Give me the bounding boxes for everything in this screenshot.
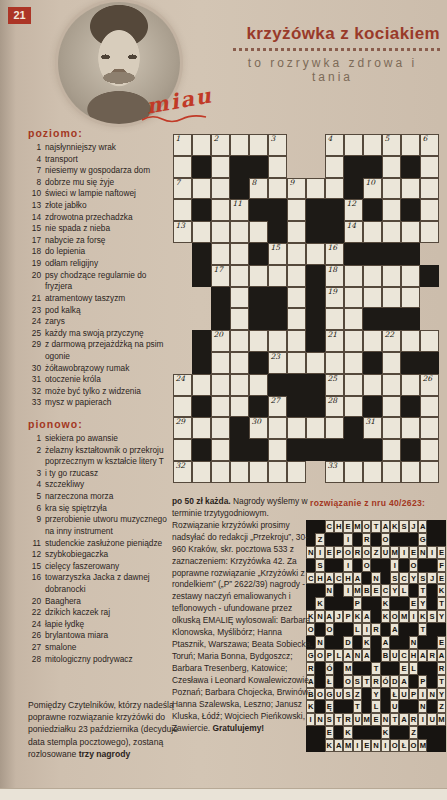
solution-letter-cell: A xyxy=(353,572,362,585)
solution-letter-cell: N xyxy=(427,688,436,701)
puzzle-cell[interactable] xyxy=(211,461,230,483)
solution-letter-cell: I xyxy=(343,533,352,546)
puzzle-cell[interactable] xyxy=(344,374,363,396)
clue-number: 19 xyxy=(328,287,338,296)
solution-letter-cell: A xyxy=(334,739,343,752)
puzzle-cell[interactable] xyxy=(173,199,192,221)
solution-letter-cell: N xyxy=(353,649,362,662)
puzzle-cell[interactable]: 30 xyxy=(249,417,268,439)
puzzle-cell[interactable] xyxy=(249,221,268,243)
puzzle-cell[interactable] xyxy=(382,461,401,483)
puzzle-cell[interactable] xyxy=(306,178,325,200)
puzzle-cell[interactable]: 31 xyxy=(363,417,382,439)
puzzle-cell[interactable] xyxy=(211,352,230,374)
solution-black-cell xyxy=(334,559,343,572)
puzzle-cell[interactable] xyxy=(287,199,306,221)
puzzle-cell[interactable] xyxy=(420,330,439,352)
solution-letter-cell: C xyxy=(399,572,408,585)
puzzle-cell[interactable]: 11 xyxy=(230,199,249,221)
puzzle-cell[interactable] xyxy=(344,308,363,330)
solution-letter-cell: M xyxy=(343,739,352,752)
puzzle-cell[interactable]: 7 xyxy=(173,178,192,200)
puzzle-cell[interactable] xyxy=(382,178,401,200)
solution-letter-cell: U xyxy=(381,546,390,559)
black-cell xyxy=(287,439,306,461)
clue-number: 10 xyxy=(366,178,376,187)
solution-letter-cell: Z xyxy=(437,700,446,713)
solution-letter-cell: A xyxy=(418,520,427,533)
black-cell xyxy=(192,243,211,265)
no-cell xyxy=(173,287,192,309)
puzzle-cell[interactable]: 25 xyxy=(325,374,344,396)
puzzle-cell[interactable] xyxy=(173,156,192,178)
clue-item: 32może być tylko z widzenia xyxy=(28,386,174,398)
puzzle-cell[interactable] xyxy=(382,352,401,374)
solution-letter-cell: R xyxy=(371,675,380,688)
solution-letter-cell: N xyxy=(371,739,380,752)
puzzle-cell[interactable] xyxy=(230,221,249,243)
puzzle-cell[interactable]: 22 xyxy=(382,330,401,352)
puzzle-cell[interactable] xyxy=(382,439,401,461)
puzzle-cell[interactable] xyxy=(401,374,420,396)
puzzle-cell[interactable] xyxy=(420,439,439,461)
solution-letter-cell: Ł xyxy=(390,688,399,701)
puzzle-cell[interactable] xyxy=(420,417,439,439)
solution-black-cell xyxy=(371,649,380,662)
solution-letter-cell: P xyxy=(325,649,334,662)
solution-letter-cell: S xyxy=(399,520,408,533)
puzzle-cell[interactable] xyxy=(401,221,420,243)
no-cell xyxy=(173,352,192,374)
black-cell xyxy=(306,221,325,243)
solution-letter-cell: E xyxy=(437,546,446,559)
bold-text-segment: po 50 zł każda. xyxy=(172,496,231,506)
black-cell xyxy=(230,417,249,439)
solution-letter-cell: R xyxy=(437,662,446,675)
puzzle-cell[interactable] xyxy=(211,439,230,461)
black-cell xyxy=(268,199,287,221)
clue-item: 7niesiemy w gospodarza dom xyxy=(28,165,174,177)
solution-black-cell xyxy=(343,700,352,713)
clue-number: 27 xyxy=(271,396,281,405)
solution-letter-cell: I xyxy=(381,739,390,752)
solution-letter-cell: C xyxy=(325,520,334,533)
solution-black-cell xyxy=(390,533,399,546)
puzzle-cell[interactable] xyxy=(268,330,287,352)
puzzle-cell[interactable]: 26 xyxy=(420,374,439,396)
solution-black-cell xyxy=(353,533,362,546)
black-cell xyxy=(249,199,268,221)
clue-item: 23pod kalką xyxy=(28,305,174,317)
solution-black-cell xyxy=(343,597,352,610)
black-cell xyxy=(249,439,268,461)
puzzle-cell[interactable] xyxy=(363,265,382,287)
puzzle-cell[interactable] xyxy=(306,417,325,439)
puzzle-cell[interactable] xyxy=(249,461,268,483)
puzzle-cell[interactable] xyxy=(382,199,401,221)
solution-letter-cell: E xyxy=(399,662,408,675)
clue-item: 12szybkobiegaczka xyxy=(28,549,174,561)
puzzle-cell[interactable] xyxy=(325,178,344,200)
puzzle-cell[interactable] xyxy=(344,265,363,287)
puzzle-cell[interactable] xyxy=(363,330,382,352)
solution-letter-cell: E xyxy=(437,636,446,649)
puzzle-cell[interactable] xyxy=(401,265,420,287)
solution-black-cell xyxy=(409,623,418,636)
solution-black-cell xyxy=(362,572,371,585)
black-cell xyxy=(420,265,439,287)
puzzle-cell[interactable] xyxy=(401,134,420,156)
puzzle-cell[interactable] xyxy=(249,374,268,396)
clue-item: 30żółtawobrązowy rumak xyxy=(28,363,174,375)
puzzle-cell[interactable] xyxy=(325,417,344,439)
puzzle-cell[interactable] xyxy=(287,221,306,243)
puzzle-cell[interactable] xyxy=(401,330,420,352)
puzzle-cell[interactable] xyxy=(420,396,439,418)
clue-number: 13 xyxy=(176,221,186,230)
solution-letter-cell: S xyxy=(418,572,427,585)
puzzle-cell[interactable] xyxy=(211,221,230,243)
puzzle-cell[interactable] xyxy=(287,308,306,330)
puzzle-cell[interactable] xyxy=(249,330,268,352)
puzzle-cell[interactable] xyxy=(401,461,420,483)
solution-letter-cell: A xyxy=(325,610,334,623)
solution-letter-cell: O xyxy=(362,520,371,533)
clue-item: 1siekiera po awansie xyxy=(28,433,174,445)
black-cell xyxy=(401,243,420,265)
puzzle-cell[interactable] xyxy=(344,461,363,483)
puzzle-cell[interactable] xyxy=(268,461,287,483)
solution-letter-cell: Y xyxy=(409,572,418,585)
puzzle-cell[interactable] xyxy=(344,330,363,352)
puzzle-cell[interactable]: 24 xyxy=(173,374,192,396)
puzzle-cell[interactable] xyxy=(230,352,249,374)
solution-letter-cell: Ł xyxy=(325,675,334,688)
puzzle-cell[interactable]: 21 xyxy=(325,330,344,352)
puzzle-cell[interactable] xyxy=(192,134,211,156)
puzzle-cell[interactable]: 16 xyxy=(325,243,344,265)
black-cell xyxy=(363,352,382,374)
clue-number: 21 xyxy=(328,330,338,339)
solution-black-cell xyxy=(381,559,390,572)
solution-letter-cell: S xyxy=(353,675,362,688)
solution-letter-cell: E xyxy=(437,572,446,585)
puzzle-cell[interactable] xyxy=(401,287,420,309)
puzzle-cell[interactable]: 1 xyxy=(173,134,192,156)
puzzle-cell[interactable] xyxy=(249,134,268,156)
puzzle-cell[interactable] xyxy=(230,396,249,418)
solution-black-cell xyxy=(418,662,427,675)
black-cell xyxy=(401,352,420,374)
solution-letter-cell: S xyxy=(390,572,399,585)
clue-number: 29 xyxy=(176,417,186,426)
puzzle-cell[interactable] xyxy=(268,156,287,178)
solution-black-cell xyxy=(315,520,324,533)
solution-letter-cell: U xyxy=(399,688,408,701)
puzzle-cell[interactable] xyxy=(363,134,382,156)
clue-number: 26 xyxy=(423,374,433,383)
puzzle-cell[interactable]: 20 xyxy=(211,330,230,352)
solution-black-cell xyxy=(427,597,436,610)
solution-letter-cell: A xyxy=(362,649,371,662)
solution-black-cell xyxy=(390,597,399,610)
across-clue-list: 1najsłynniejszy wrak4transport7niesiemy … xyxy=(28,142,174,409)
puzzle-cell[interactable] xyxy=(211,374,230,396)
solution-black-cell xyxy=(381,572,390,585)
puzzle-cell[interactable] xyxy=(192,461,211,483)
puzzle-cell[interactable] xyxy=(287,265,306,287)
puzzle-cell[interactable] xyxy=(230,243,249,265)
solution-black-cell xyxy=(334,726,343,739)
solution-black-cell xyxy=(334,584,343,597)
clue-number: 6 xyxy=(423,134,428,143)
clue-item: 28mitologiczny podrywacz xyxy=(28,654,174,666)
puzzle-cell[interactable] xyxy=(192,178,211,200)
puzzle-cell[interactable]: 23 xyxy=(268,352,287,374)
puzzle-cell[interactable] xyxy=(325,308,344,330)
puzzle-cell[interactable] xyxy=(306,243,325,265)
clue-item: 5narzeczona morza xyxy=(28,491,174,503)
puzzle-cell[interactable] xyxy=(211,199,230,221)
puzzle-cell[interactable] xyxy=(287,243,306,265)
black-cell xyxy=(382,243,401,265)
puzzle-cell[interactable] xyxy=(382,221,401,243)
black-cell xyxy=(268,287,287,309)
puzzle-cell[interactable] xyxy=(249,265,268,287)
dotted-divider xyxy=(233,48,440,51)
solution-black-cell xyxy=(334,675,343,688)
puzzle-cell[interactable] xyxy=(382,417,401,439)
puzzle-cell[interactable] xyxy=(268,417,287,439)
solution-black-cell xyxy=(334,700,343,713)
solution-black-cell xyxy=(427,520,436,533)
solution-black-cell xyxy=(399,533,408,546)
puzzle-cell[interactable] xyxy=(420,178,439,200)
solution-letter-cell: S xyxy=(325,713,334,726)
puzzle-cell[interactable] xyxy=(287,352,306,374)
page-title: krzyżówka z kociakiem xyxy=(246,24,440,44)
solution-letter-cell: K xyxy=(362,636,371,649)
puzzle-cell[interactable]: 6 xyxy=(420,134,439,156)
puzzle-cell[interactable] xyxy=(363,461,382,483)
black-cell xyxy=(325,199,344,221)
puzzle-cell[interactable]: 4 xyxy=(325,134,344,156)
black-cell xyxy=(211,287,230,309)
puzzle-cell[interactable] xyxy=(420,199,439,221)
solution-black-cell xyxy=(353,726,362,739)
solution-black-cell xyxy=(409,700,418,713)
clue-number: 33 xyxy=(328,461,338,470)
no-cell xyxy=(287,134,306,156)
solution-letter-cell: Y xyxy=(371,688,380,701)
puzzle-cell[interactable] xyxy=(325,156,344,178)
black-cell xyxy=(249,243,268,265)
solution-letter-cell: K xyxy=(390,520,399,533)
puzzle-cell[interactable]: 28 xyxy=(325,396,344,418)
puzzle-cell[interactable]: 12 xyxy=(344,199,363,221)
puzzle-cell[interactable] xyxy=(230,461,249,483)
solution-black-cell xyxy=(427,584,436,597)
solution-letter-cell: Y xyxy=(437,688,446,701)
clue-number: 16 xyxy=(328,243,338,252)
clue-number: 31 xyxy=(366,417,376,426)
puzzle-cell[interactable] xyxy=(230,330,249,352)
puzzle-cell[interactable] xyxy=(382,396,401,418)
solution-black-cell xyxy=(390,636,399,649)
puzzle-cell[interactable]: 8 xyxy=(249,178,268,200)
solution-letter-cell: O xyxy=(343,675,352,688)
clue-item: 27smalone xyxy=(28,642,174,654)
clue-item: 21atramentowy taszyzm xyxy=(28,293,174,305)
clue-item: 29z darmową przejażdżką na psim ogonie xyxy=(28,339,174,362)
puzzle-cell[interactable] xyxy=(401,178,420,200)
clue-number: 20 xyxy=(214,330,224,339)
puzzle-cell[interactable] xyxy=(287,461,306,483)
solution-letter-cell: S xyxy=(343,688,352,701)
solution-letter-cell: O xyxy=(315,688,324,701)
solution-black-cell xyxy=(315,675,324,688)
solution-letter-cell: E xyxy=(409,597,418,610)
puzzle-cell[interactable] xyxy=(230,374,249,396)
puzzle-cell[interactable] xyxy=(173,396,192,418)
puzzle-cell[interactable]: 29 xyxy=(173,417,192,439)
black-cell xyxy=(268,308,287,330)
clue-number: 1 xyxy=(176,134,181,143)
puzzle-cell[interactable] xyxy=(363,221,382,243)
puzzle-cell[interactable] xyxy=(268,265,287,287)
puzzle-cell[interactable] xyxy=(173,439,192,461)
puzzle-cell[interactable] xyxy=(363,287,382,309)
clue-item: 9przerobienie utworu muzycznego na inny … xyxy=(28,514,174,537)
clue-item: 24zarys xyxy=(28,316,174,328)
puzzle-cell[interactable] xyxy=(344,134,363,156)
no-cell xyxy=(173,330,192,352)
puzzle-cell[interactable] xyxy=(268,439,287,461)
puzzle-cell[interactable]: 9 xyxy=(287,178,306,200)
puzzle-cell[interactable] xyxy=(382,287,401,309)
puzzle-cell[interactable] xyxy=(230,308,249,330)
solution-letter-cell: O xyxy=(315,649,324,662)
puzzle-cell[interactable]: 27 xyxy=(268,396,287,418)
solution-black-cell xyxy=(427,559,436,572)
puzzle-cell[interactable] xyxy=(344,287,363,309)
puzzle-cell[interactable]: 2 xyxy=(211,134,230,156)
solution-letter-cell: G xyxy=(418,533,427,546)
puzzle-cell[interactable]: 15 xyxy=(268,243,287,265)
clue-item: 3i ty go rzucasz xyxy=(28,468,174,480)
black-cell xyxy=(306,265,325,287)
clue-number: 8 xyxy=(252,178,257,187)
puzzle-cell[interactable] xyxy=(287,287,306,309)
puzzle-cell[interactable] xyxy=(287,417,306,439)
puzzle-cell[interactable] xyxy=(363,374,382,396)
puzzle-cell[interactable]: 10 xyxy=(363,178,382,200)
black-cell xyxy=(344,439,363,461)
solution-letter-cell: O xyxy=(409,739,418,752)
puzzle-cell[interactable]: 17 xyxy=(211,265,230,287)
puzzle-cell[interactable]: 18 xyxy=(325,265,344,287)
puzzle-cell[interactable] xyxy=(382,265,401,287)
solution-letter-cell: T xyxy=(353,700,362,713)
solution-letter-cell: M xyxy=(353,584,362,597)
puzzle-cell[interactable] xyxy=(382,374,401,396)
clue-item: 1najsłynniejszy wrak xyxy=(28,142,174,154)
puzzle-cell[interactable] xyxy=(401,417,420,439)
solution-letter-cell: J xyxy=(409,520,418,533)
black-cell xyxy=(192,265,211,287)
black-cell xyxy=(344,243,363,265)
puzzle-cell[interactable] xyxy=(192,221,211,243)
puzzle-cell[interactable] xyxy=(192,417,211,439)
solution-letter-cell: A xyxy=(390,623,399,636)
puzzle-cell[interactable]: 13 xyxy=(173,221,192,243)
puzzle-cell[interactable] xyxy=(420,461,439,483)
clue-item: 19odłam religijny xyxy=(28,258,174,270)
puzzle-cell[interactable]: 33 xyxy=(325,461,344,483)
puzzle-cell[interactable] xyxy=(287,330,306,352)
puzzle-cell[interactable] xyxy=(420,156,439,178)
no-cell xyxy=(306,134,325,156)
solution-letter-cell: J xyxy=(427,572,436,585)
deadline-note: Pomiędzy Czytelników, którzy nadeślą pop… xyxy=(28,699,180,760)
solution-letter-cell: O xyxy=(362,546,371,559)
puzzle-cell[interactable]: 14 xyxy=(344,221,363,243)
puzzle-cell[interactable] xyxy=(268,178,287,200)
solution-letter-cell: I xyxy=(353,739,362,752)
clue-number: 25 xyxy=(328,374,338,383)
solution-letter-cell: R xyxy=(409,713,418,726)
solution-letter-cell: A xyxy=(381,636,390,649)
solution-letter-cell: T xyxy=(371,520,380,533)
puzzle-cell[interactable] xyxy=(382,156,401,178)
puzzle-cell[interactable] xyxy=(325,352,344,374)
solution-letter-cell: T xyxy=(362,675,371,688)
puzzle-cell[interactable] xyxy=(211,396,230,418)
black-cell xyxy=(306,374,325,396)
clue-column: poziomo: 1najsłynniejszy wrak4transport7… xyxy=(28,127,174,665)
clue-item: 31otoczenie króla xyxy=(28,374,174,386)
solution-letter-cell: K xyxy=(343,726,352,739)
puzzle-cell[interactable]: 32 xyxy=(173,461,192,483)
puzzle-cell[interactable] xyxy=(230,287,249,309)
clue-item: 24łapie łydkę xyxy=(28,619,174,631)
solution-black-cell xyxy=(334,623,343,636)
puzzle-cell[interactable] xyxy=(420,221,439,243)
solution-letter-cell: N xyxy=(315,610,324,623)
black-cell xyxy=(325,439,344,461)
puzzle-cell[interactable] xyxy=(192,374,211,396)
puzzle-cell[interactable] xyxy=(211,417,230,439)
puzzle-cell[interactable] xyxy=(230,265,249,287)
puzzle-cell[interactable] xyxy=(211,178,230,200)
solution-black-cell xyxy=(399,636,408,649)
puzzle-cell[interactable]: 3 xyxy=(268,134,287,156)
puzzle-cell[interactable] xyxy=(306,352,325,374)
puzzle-cell[interactable] xyxy=(211,156,230,178)
puzzle-cell[interactable] xyxy=(344,352,363,374)
solution-letter-cell: E xyxy=(371,584,380,597)
puzzle-cell[interactable] xyxy=(344,396,363,418)
solution-letter-cell: A xyxy=(381,520,390,533)
solution-letter-cell: R xyxy=(353,546,362,559)
puzzle-cell[interactable]: 19 xyxy=(325,287,344,309)
black-cell xyxy=(401,199,420,221)
puzzle-cell[interactable] xyxy=(211,243,230,265)
puzzle-cell[interactable]: 5 xyxy=(382,134,401,156)
puzzle-cell[interactable] xyxy=(230,134,249,156)
solution-black-cell xyxy=(315,739,324,752)
solution-letter-cell: T xyxy=(390,713,399,726)
